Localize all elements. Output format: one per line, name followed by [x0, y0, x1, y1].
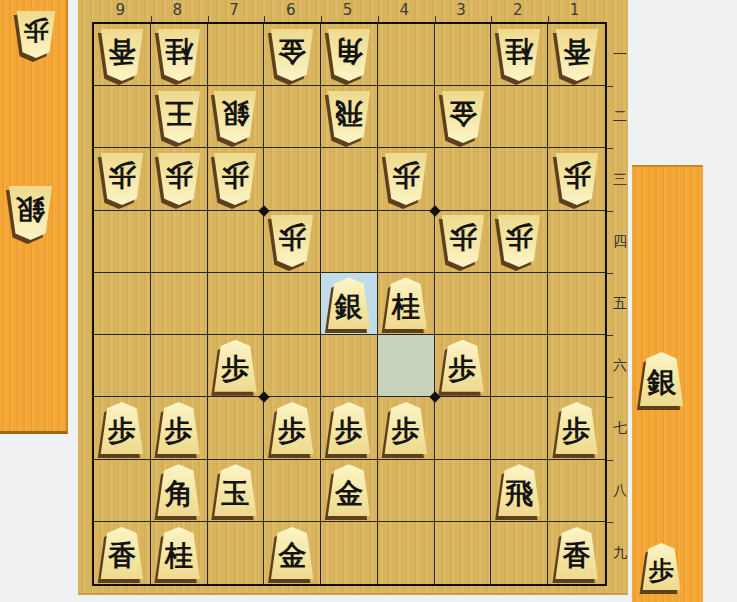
- board-cell-8-3[interactable]: 歩: [151, 148, 208, 210]
- koma-gote-gold[interactable]: 金: [269, 29, 315, 81]
- board-cell-6-1[interactable]: 金: [264, 24, 321, 86]
- board-cell-9-4[interactable]: [94, 211, 151, 273]
- grid-tick: [151, 16, 152, 22]
- grid-tick: [607, 335, 613, 336]
- koma-body: 歩: [383, 402, 429, 454]
- board-grid: 香桂金角桂香王銀飛金歩歩歩歩歩歩歩歩銀桂歩歩歩歩歩歩歩歩角玉金飛香桂金香: [92, 22, 607, 586]
- file-labels: 987654321: [92, 0, 603, 20]
- koma-kanji: 歩: [392, 162, 420, 190]
- koma-kanji: 王: [165, 99, 193, 127]
- board-cell-1-3[interactable]: 歩: [548, 148, 605, 210]
- file-label-3: 3: [433, 0, 490, 20]
- board-cell-7-4[interactable]: [208, 211, 265, 273]
- board-cell-7-7[interactable]: [208, 397, 265, 459]
- board-cell-5-4[interactable]: [321, 211, 378, 273]
- grid-tick: [607, 460, 613, 461]
- board-cell-1-6[interactable]: [548, 335, 605, 397]
- board-cell-7-3[interactable]: 歩: [208, 148, 265, 210]
- board-cell-9-9[interactable]: 香: [94, 522, 151, 584]
- koma-gote-knight[interactable]: 桂: [156, 29, 202, 81]
- koma-body: 歩: [156, 402, 202, 454]
- grid-tick: [607, 148, 613, 149]
- grid-tick: [607, 273, 613, 274]
- board-cell-6-2[interactable]: [264, 86, 321, 148]
- board-cell-9-3[interactable]: 歩: [94, 148, 151, 210]
- koma-gote-bishop[interactable]: 角: [326, 29, 372, 81]
- koma-kanji: 玉: [221, 480, 249, 508]
- board-cell-2-9[interactable]: [491, 522, 548, 584]
- board-cell-7-9[interactable]: [208, 522, 265, 584]
- rank-label-3: 三: [609, 148, 631, 210]
- board-cell-8-6[interactable]: [151, 335, 208, 397]
- file-label-6: 6: [262, 0, 319, 20]
- board-cell-9-6[interactable]: [94, 335, 151, 397]
- file-label-2: 2: [489, 0, 546, 20]
- koma-kanji: 歩: [563, 417, 591, 445]
- board-cell-4-6[interactable]: [378, 335, 435, 397]
- koma-kanji: 銀: [335, 293, 363, 321]
- koma-gote-gold[interactable]: 金: [440, 91, 486, 143]
- board-cell-5-8[interactable]: 金: [321, 460, 378, 522]
- koma-sente-pawn[interactable]: 歩: [554, 402, 600, 454]
- koma-kanji: 歩: [165, 162, 193, 190]
- koma-sente-gold[interactable]: 金: [269, 527, 315, 579]
- board-cell-4-1[interactable]: [378, 24, 435, 86]
- board-cell-6-7[interactable]: 歩: [264, 397, 321, 459]
- sente-hand-silver[interactable]: 銀: [638, 352, 685, 406]
- koma-kanji: 桂: [165, 542, 193, 570]
- koma-kanji: 香: [563, 37, 591, 65]
- koma-gote-knight[interactable]: 桂: [496, 29, 542, 81]
- rank-label-8: 八: [609, 460, 631, 522]
- koma-kanji: 銀: [221, 99, 249, 127]
- koma-sente-lance[interactable]: 香: [99, 527, 145, 579]
- koma-gote-silver[interactable]: 銀: [212, 91, 258, 143]
- koma-gote-pawn[interactable]: 歩: [269, 215, 315, 267]
- board-cell-5-7[interactable]: 歩: [321, 397, 378, 459]
- rank-label-5: 五: [609, 273, 631, 335]
- koma-body: 香: [554, 527, 600, 579]
- board-cell-1-2[interactable]: [548, 86, 605, 148]
- koma-gote-pawn[interactable]: 歩: [156, 153, 202, 205]
- board-cell-6-3[interactable]: [264, 148, 321, 210]
- koma-kanji: 歩: [649, 558, 674, 583]
- board-cell-7-6[interactable]: 歩: [208, 335, 265, 397]
- koma-kanji: 歩: [505, 224, 533, 252]
- koma-sente-pawn[interactable]: 歩: [440, 340, 486, 392]
- koma-sente-king[interactable]: 玉: [212, 464, 258, 516]
- board-cell-8-1[interactable]: 桂: [151, 24, 208, 86]
- koma-kanji: 角: [165, 480, 193, 508]
- koma-kanji: 歩: [449, 224, 477, 252]
- koma-kanji: 飛: [505, 480, 533, 508]
- koma-kanji: 金: [278, 542, 306, 570]
- rank-label-6: 六: [609, 335, 631, 397]
- koma-sente-pawn[interactable]: 歩: [212, 340, 258, 392]
- board-cell-9-8[interactable]: [94, 460, 151, 522]
- board-cell-6-8[interactable]: [264, 460, 321, 522]
- koma-kanji: 香: [108, 542, 136, 570]
- board-cell-6-9[interactable]: 金: [264, 522, 321, 584]
- board-cell-6-6[interactable]: [264, 335, 321, 397]
- koma-sente-gold[interactable]: 金: [326, 464, 372, 516]
- board-cell-3-1[interactable]: [435, 24, 492, 86]
- board-cell-4-2[interactable]: [378, 86, 435, 148]
- koma-body: 銀: [326, 277, 372, 329]
- koma-body: 歩: [440, 340, 486, 392]
- koma-kanji: 角: [335, 37, 363, 65]
- board-cell-5-6[interactable]: [321, 335, 378, 397]
- board-cell-4-7[interactable]: 歩: [378, 397, 435, 459]
- grid-tick: [607, 522, 613, 523]
- koma-kanji: 歩: [221, 355, 249, 383]
- koma-kanji: 歩: [24, 19, 49, 44]
- board-cell-9-5[interactable]: [94, 273, 151, 335]
- board-cell-8-5[interactable]: [151, 273, 208, 335]
- file-label-7: 7: [206, 0, 263, 20]
- board-cell-2-8[interactable]: 飛: [491, 460, 548, 522]
- board-cell-3-7[interactable]: [435, 397, 492, 459]
- board-cell-6-5[interactable]: [264, 273, 321, 335]
- koma-body: 桂: [383, 277, 429, 329]
- board-cell-7-2[interactable]: 銀: [208, 86, 265, 148]
- koma-gote-lance[interactable]: 香: [99, 29, 145, 81]
- koma-kanji: 飛: [335, 99, 363, 127]
- koma-body: 金: [269, 527, 315, 579]
- koma-body: 香: [99, 527, 145, 579]
- shogi-app: 987654321 一二三四五六七八九 香桂金角桂香王銀飛金歩歩歩歩歩歩歩歩銀桂…: [0, 0, 737, 602]
- board-cell-5-2[interactable]: 飛: [321, 86, 378, 148]
- koma-sente-pawn[interactable]: 歩: [156, 402, 202, 454]
- koma-sente-knight[interactable]: 桂: [156, 527, 202, 579]
- board-cell-3-4[interactable]: 歩: [435, 211, 492, 273]
- gote-hand-silver[interactable]: 銀: [7, 186, 54, 240]
- koma-kanji: 歩: [335, 417, 363, 445]
- koma-kanji: 歩: [278, 224, 306, 252]
- koma-sente-lance[interactable]: 香: [554, 527, 600, 579]
- grid-tick: [264, 16, 265, 22]
- koma-kanji: 歩: [563, 162, 591, 190]
- koma-body: 歩: [554, 402, 600, 454]
- board-panel: 987654321 一二三四五六七八九 香桂金角桂香王銀飛金歩歩歩歩歩歩歩歩銀桂…: [78, 0, 628, 595]
- board-cell-1-4[interactable]: [548, 211, 605, 273]
- koma-sente-pawn[interactable]: 歩: [326, 402, 372, 454]
- koma-gote-pawn[interactable]: 歩: [440, 215, 486, 267]
- board-cell-4-5[interactable]: 桂: [378, 273, 435, 335]
- board-cell-3-8[interactable]: [435, 460, 492, 522]
- board-cell-1-8[interactable]: [548, 460, 605, 522]
- koma-gote-king[interactable]: 王: [156, 91, 202, 143]
- board-cell-3-6[interactable]: 歩: [435, 335, 492, 397]
- board-cell-7-5[interactable]: [208, 273, 265, 335]
- board-cell-2-1[interactable]: 桂: [491, 24, 548, 86]
- file-label-4: 4: [376, 0, 433, 20]
- board-cell-6-4[interactable]: 歩: [264, 211, 321, 273]
- koma-body: 飛: [496, 464, 542, 516]
- grid-tick: [208, 16, 209, 22]
- koma-kanji: 香: [108, 37, 136, 65]
- koma-sente-pawn[interactable]: 歩: [269, 402, 315, 454]
- board-cell-3-5[interactable]: [435, 273, 492, 335]
- koma-kanji: 歩: [392, 417, 420, 445]
- grid-tick: [607, 211, 613, 212]
- board-cell-1-5[interactable]: [548, 273, 605, 335]
- koma-body: 歩: [99, 402, 145, 454]
- board-cell-8-8[interactable]: 角: [151, 460, 208, 522]
- board-cell-8-7[interactable]: 歩: [151, 397, 208, 459]
- board-cell-8-4[interactable]: [151, 211, 208, 273]
- board-cell-8-9[interactable]: 桂: [151, 522, 208, 584]
- board-cell-4-4[interactable]: [378, 211, 435, 273]
- board-cell-5-3[interactable]: [321, 148, 378, 210]
- board-cell-5-1[interactable]: 角: [321, 24, 378, 86]
- koma-kanji: 桂: [392, 293, 420, 321]
- koma-body: 玉: [212, 464, 258, 516]
- board-cell-4-3[interactable]: 歩: [378, 148, 435, 210]
- koma-body: 桂: [156, 527, 202, 579]
- koma-sente-silver[interactable]: 銀: [326, 277, 372, 329]
- koma-sente-pawn[interactable]: 歩: [383, 402, 429, 454]
- board-cell-7-8[interactable]: 玉: [208, 460, 265, 522]
- koma-body: 金: [326, 464, 372, 516]
- rank-labels: 一二三四五六七八九: [609, 24, 631, 584]
- file-label-1: 1: [546, 0, 603, 20]
- board-cell-1-7[interactable]: 歩: [548, 397, 605, 459]
- board-cell-2-2[interactable]: [491, 86, 548, 148]
- board-cell-3-3[interactable]: [435, 148, 492, 210]
- koma-kanji: 歩: [108, 162, 136, 190]
- koma-kanji: 銀: [16, 195, 45, 224]
- rank-label-1: 一: [609, 24, 631, 86]
- koma-body: 歩: [326, 402, 372, 454]
- koma-sente-pawn[interactable]: 歩: [99, 402, 145, 454]
- koma-kanji: 歩: [278, 417, 306, 445]
- board-cell-8-2[interactable]: 王: [151, 86, 208, 148]
- rank-label-2: 二: [609, 86, 631, 148]
- koma-kanji: 銀: [647, 368, 676, 397]
- grid-tick: [607, 397, 613, 398]
- gote-hand-pawn[interactable]: 歩: [15, 11, 57, 58]
- board-cell-2-7[interactable]: [491, 397, 548, 459]
- board-cell-7-1[interactable]: [208, 24, 265, 86]
- koma-gote-pawn[interactable]: 歩: [99, 153, 145, 205]
- koma-body: 銀: [638, 352, 685, 406]
- file-label-5: 5: [319, 0, 376, 20]
- koma-gote-lance[interactable]: 香: [554, 29, 600, 81]
- koma-body: 角: [156, 464, 202, 516]
- rank-label-4: 四: [609, 211, 631, 273]
- koma-kanji: 歩: [108, 417, 136, 445]
- board-cell-5-5[interactable]: 銀: [321, 273, 378, 335]
- board-cell-2-5[interactable]: [491, 273, 548, 335]
- koma-sente-rook[interactable]: 飛: [496, 464, 542, 516]
- rank-label-7: 七: [609, 397, 631, 459]
- board-cell-1-1[interactable]: 香: [548, 24, 605, 86]
- board-cell-3-2[interactable]: 金: [435, 86, 492, 148]
- rank-label-9: 九: [609, 522, 631, 584]
- grid-tick: [378, 16, 379, 22]
- board-cell-2-3[interactable]: [491, 148, 548, 210]
- file-label-9: 9: [92, 0, 149, 20]
- grid-tick: [321, 16, 322, 22]
- grid-tick: [607, 86, 613, 87]
- board-cell-4-8[interactable]: [378, 460, 435, 522]
- koma-body: 歩: [269, 402, 315, 454]
- koma-kanji: 金: [449, 99, 477, 127]
- board-cell-2-6[interactable]: [491, 335, 548, 397]
- koma-sente-knight[interactable]: 桂: [383, 277, 429, 329]
- sente-hand-pawn[interactable]: 歩: [641, 543, 682, 590]
- board-cell-1-9[interactable]: 香: [548, 522, 605, 584]
- koma-body: 歩: [212, 340, 258, 392]
- koma-kanji: 歩: [449, 355, 477, 383]
- board-cell-3-9[interactable]: [435, 522, 492, 584]
- koma-kanji: 金: [335, 480, 363, 508]
- koma-gote-pawn[interactable]: 歩: [554, 153, 600, 205]
- board-cell-9-2[interactable]: [94, 86, 151, 148]
- koma-gote-pawn[interactable]: 歩: [383, 153, 429, 205]
- koma-kanji: 香: [563, 542, 591, 570]
- koma-gote-pawn[interactable]: 歩: [496, 215, 542, 267]
- grid-tick: [435, 16, 436, 22]
- board-cell-9-7[interactable]: 歩: [94, 397, 151, 459]
- koma-kanji: 歩: [221, 162, 249, 190]
- grid-tick: [548, 16, 549, 22]
- board-cell-2-4[interactable]: 歩: [491, 211, 548, 273]
- koma-kanji: 桂: [165, 37, 193, 65]
- koma-kanji: 金: [278, 37, 306, 65]
- koma-sente-bishop[interactable]: 角: [156, 464, 202, 516]
- koma-body: 歩: [641, 543, 682, 590]
- board-cell-4-9[interactable]: [378, 522, 435, 584]
- koma-kanji: 桂: [505, 37, 533, 65]
- board-cell-5-9[interactable]: [321, 522, 378, 584]
- file-label-8: 8: [149, 0, 206, 20]
- koma-gote-rook[interactable]: 飛: [326, 91, 372, 143]
- grid-tick: [491, 16, 492, 22]
- board-cell-9-1[interactable]: 香: [94, 24, 151, 86]
- koma-gote-pawn[interactable]: 歩: [212, 153, 258, 205]
- koma-kanji: 歩: [165, 417, 193, 445]
